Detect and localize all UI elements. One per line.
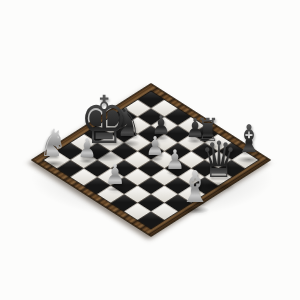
photo-background: ♚♞♟♟♜♝♛♞♟♟♟♟♝ <box>0 0 300 300</box>
piece-layer: ♚♞♟♟♜♝♛♞♟♟♟♟♝ <box>0 0 300 300</box>
chess-piece-silver-pawn: ♟ <box>105 161 126 189</box>
chess-piece-silver-pawn: ♟ <box>145 133 164 159</box>
chess-piece-silver-knight: ♞ <box>39 124 67 162</box>
chess-piece-silver-pawn: ♟ <box>77 135 96 161</box>
chess-piece-dark-bishop: ♝ <box>235 120 263 158</box>
chess-piece-silver-bishop: ♝ <box>179 165 211 209</box>
